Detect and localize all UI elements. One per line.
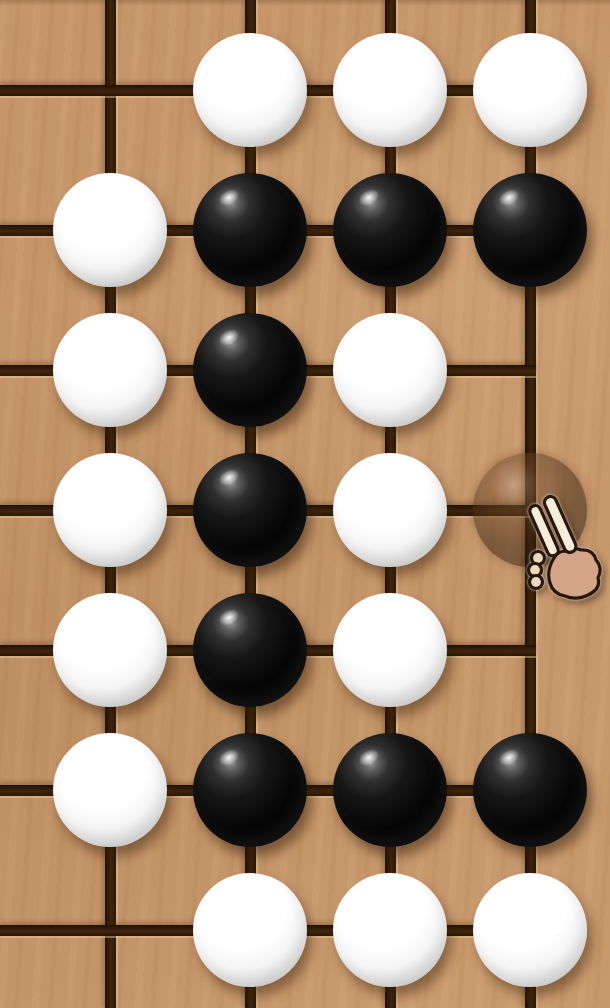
white-stone: [333, 313, 447, 427]
black-stone: [193, 173, 307, 287]
black-stone: [193, 453, 307, 567]
black-stone: [193, 313, 307, 427]
white-stone: [473, 873, 587, 987]
white-stone: [53, 313, 167, 427]
white-stone: [53, 733, 167, 847]
black-stone: [193, 593, 307, 707]
white-stone: [193, 873, 307, 987]
white-stone: [333, 453, 447, 567]
white-stone: [193, 33, 307, 147]
black-stone: [473, 733, 587, 847]
black-stone: [333, 173, 447, 287]
black-stone: [193, 733, 307, 847]
white-stone: [333, 593, 447, 707]
white-stone: [53, 173, 167, 287]
white-stone: [53, 453, 167, 567]
white-stone: [333, 873, 447, 987]
black-stone: [333, 733, 447, 847]
screen: [0, 0, 610, 1008]
white-stone: [473, 33, 587, 147]
white-stone: [53, 593, 167, 707]
black-stone: [473, 173, 587, 287]
two-finger-tap-cursor: [524, 494, 604, 606]
white-stone: [333, 33, 447, 147]
cursor-knuckle-3: [530, 576, 543, 589]
